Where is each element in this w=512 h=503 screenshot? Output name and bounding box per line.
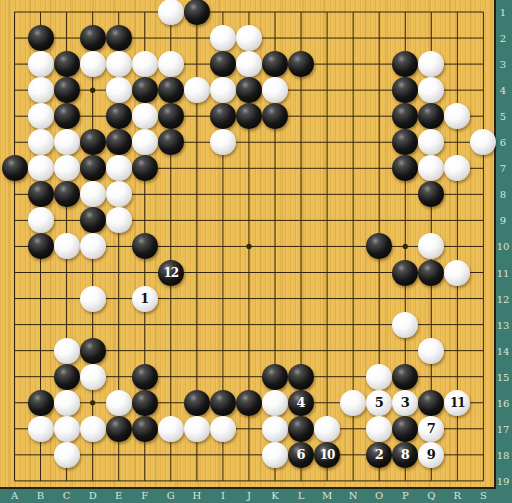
stone-black-F16	[132, 390, 158, 416]
stone-white-C7	[54, 155, 80, 181]
coord-label-bottom-C: C	[63, 489, 71, 502]
stone-white-C16	[54, 390, 80, 416]
star-point	[90, 88, 95, 93]
move-number-label: 2	[366, 442, 392, 468]
coord-label-bottom-M: M	[322, 489, 332, 502]
stone-black-F17	[132, 416, 158, 442]
stone-black-K5	[262, 103, 288, 129]
move-number-label: 4	[288, 390, 314, 416]
stone-white-B3	[28, 51, 54, 77]
coord-label-bottom-N: N	[349, 489, 358, 502]
coord-label-bottom-D: D	[89, 489, 97, 502]
stone-black-Q11	[418, 260, 444, 286]
stone-black-G6	[158, 129, 184, 155]
stone-white-H17	[184, 416, 210, 442]
coord-label-right-14: 14	[497, 345, 510, 356]
stone-white-O16: 5	[366, 390, 392, 416]
stone-black-E2	[106, 25, 132, 51]
stone-black-A7	[2, 155, 28, 181]
stone-black-F15	[132, 364, 158, 390]
coord-label-bottom-I: I	[221, 489, 225, 502]
stone-white-I4	[210, 77, 236, 103]
stone-white-M17	[314, 416, 340, 442]
go-diagram-screen: 121453117610289 ABCDEFGHIJKLMNOPQRS 1234…	[0, 0, 512, 503]
stone-white-F6	[132, 129, 158, 155]
move-number-label: 5	[366, 390, 392, 416]
go-board[interactable]: 121453117610289	[0, 0, 496, 489]
stone-black-G11: 12	[158, 260, 184, 286]
stone-white-B5	[28, 103, 54, 129]
stone-black-L18: 6	[288, 442, 314, 468]
stone-white-C17	[54, 416, 80, 442]
stone-white-C6	[54, 129, 80, 155]
stone-white-N16	[340, 390, 366, 416]
stone-black-B8	[28, 181, 54, 207]
stone-black-K3	[262, 51, 288, 77]
stone-white-I17	[210, 416, 236, 442]
stone-black-J16	[236, 390, 262, 416]
stone-black-I16	[210, 390, 236, 416]
stone-white-P16: 3	[392, 390, 418, 416]
stone-white-J3	[236, 51, 262, 77]
stone-white-C18	[54, 442, 80, 468]
coord-label-right-11: 11	[497, 267, 510, 278]
right-coordinates: 12345678910111213141516171819	[494, 0, 512, 489]
stone-black-I3	[210, 51, 236, 77]
move-number-label: 9	[418, 442, 444, 468]
coord-label-bottom-H: H	[192, 489, 201, 502]
stone-white-O17	[366, 416, 392, 442]
coord-label-right-12: 12	[497, 293, 510, 304]
stone-black-H1	[184, 0, 210, 25]
stone-white-E4	[106, 77, 132, 103]
coord-label-bottom-J: J	[247, 489, 251, 502]
coord-label-right-16: 16	[497, 397, 510, 408]
stone-black-L3	[288, 51, 314, 77]
stone-white-F3	[132, 51, 158, 77]
stone-white-D15	[80, 364, 106, 390]
stone-black-E6	[106, 129, 132, 155]
stone-black-C4	[54, 77, 80, 103]
move-number-label: 11	[444, 390, 470, 416]
stone-black-B10	[28, 233, 54, 259]
stone-black-C5	[54, 103, 80, 129]
coord-label-right-5: 5	[500, 111, 506, 122]
stone-white-K16	[262, 390, 288, 416]
stone-black-D6	[80, 129, 106, 155]
stone-black-J4	[236, 77, 262, 103]
move-number-label: 1	[132, 286, 158, 312]
coord-label-bottom-F: F	[141, 489, 148, 502]
move-number-label: 12	[158, 260, 184, 286]
stone-black-H16	[184, 390, 210, 416]
stone-black-J5	[236, 103, 262, 129]
stone-white-K18	[262, 442, 288, 468]
stone-white-K17	[262, 416, 288, 442]
coord-label-bottom-S: S	[480, 489, 487, 502]
stone-black-O18: 2	[366, 442, 392, 468]
stone-white-C14	[54, 338, 80, 364]
star-point	[90, 400, 95, 405]
stone-black-K15	[262, 364, 288, 390]
coord-label-right-4: 4	[500, 85, 506, 96]
coord-label-bottom-E: E	[115, 489, 122, 502]
move-number-label: 6	[288, 442, 314, 468]
stone-white-H4	[184, 77, 210, 103]
stone-black-M18: 10	[314, 442, 340, 468]
stone-black-D14	[80, 338, 106, 364]
coord-label-right-13: 13	[497, 319, 510, 330]
stone-black-C8	[54, 181, 80, 207]
star-point	[246, 244, 251, 249]
stone-black-P15	[392, 364, 418, 390]
coord-label-bottom-Q: Q	[427, 489, 435, 502]
stone-black-I5	[210, 103, 236, 129]
stone-white-R11	[444, 260, 470, 286]
move-number-label: 8	[392, 442, 418, 468]
coord-label-right-7: 7	[500, 163, 506, 174]
move-number-label: 10	[314, 442, 340, 468]
stone-white-G17	[158, 416, 184, 442]
stone-white-K4	[262, 77, 288, 103]
stone-white-I6	[210, 129, 236, 155]
coord-label-bottom-G: G	[167, 489, 175, 502]
stone-black-F7	[132, 155, 158, 181]
move-number-label: 7	[418, 416, 444, 442]
stone-white-D17	[80, 416, 106, 442]
stone-white-D3	[80, 51, 106, 77]
stone-black-L16: 4	[288, 390, 314, 416]
stone-white-Q14	[418, 338, 444, 364]
stone-black-D7	[80, 155, 106, 181]
stone-black-D2	[80, 25, 106, 51]
stone-black-B16	[28, 390, 54, 416]
star-point	[403, 244, 408, 249]
stone-black-P18: 8	[392, 442, 418, 468]
stone-white-E9	[106, 207, 132, 233]
coord-label-right-2: 2	[500, 33, 506, 44]
stone-black-E17	[106, 416, 132, 442]
coord-label-right-15: 15	[497, 371, 510, 382]
stone-white-B6	[28, 129, 54, 155]
stone-white-E16	[106, 390, 132, 416]
stone-black-L15	[288, 364, 314, 390]
stone-black-C3	[54, 51, 80, 77]
stone-black-P11	[392, 260, 418, 286]
stone-white-D8	[80, 181, 106, 207]
coord-label-right-1: 1	[500, 7, 506, 18]
stone-white-J2	[236, 25, 262, 51]
coord-label-bottom-K: K	[271, 489, 278, 502]
coord-label-right-19: 19	[497, 475, 510, 486]
stone-white-B17	[28, 416, 54, 442]
stone-white-G1	[158, 0, 184, 25]
bottom-coordinates: ABCDEFGHIJKLMNOPQRS	[0, 489, 494, 503]
stone-white-E7	[106, 155, 132, 181]
stone-white-C10	[54, 233, 80, 259]
coord-label-right-3: 3	[500, 59, 506, 70]
coord-label-bottom-R: R	[454, 489, 462, 502]
stone-white-D10	[80, 233, 106, 259]
stone-white-E3	[106, 51, 132, 77]
stone-white-F5	[132, 103, 158, 129]
stone-black-E5	[106, 103, 132, 129]
stone-black-F4	[132, 77, 158, 103]
stone-black-C15	[54, 364, 80, 390]
stone-black-G4	[158, 77, 184, 103]
stone-white-B9	[28, 207, 54, 233]
coord-label-right-8: 8	[500, 189, 506, 200]
stone-white-G3	[158, 51, 184, 77]
coord-label-right-10: 10	[497, 241, 510, 252]
coord-label-right-6: 6	[500, 137, 506, 148]
coord-label-bottom-B: B	[37, 489, 44, 502]
stone-black-L17	[288, 416, 314, 442]
stone-white-R16: 11	[444, 390, 470, 416]
move-number-label: 3	[392, 390, 418, 416]
stone-black-P17	[392, 416, 418, 442]
stone-white-O15	[366, 364, 392, 390]
stone-black-G5	[158, 103, 184, 129]
stone-white-P13	[392, 312, 418, 338]
coord-label-bottom-O: O	[375, 489, 383, 502]
coord-label-bottom-A: A	[11, 489, 18, 502]
coord-label-right-9: 9	[500, 215, 506, 226]
stone-black-Q16	[418, 390, 444, 416]
stone-white-B7	[28, 155, 54, 181]
coord-label-right-17: 17	[497, 423, 510, 434]
stone-white-F12: 1	[132, 286, 158, 312]
stone-white-Q17: 7	[418, 416, 444, 442]
coord-label-bottom-L: L	[298, 489, 305, 502]
coord-label-bottom-P: P	[402, 489, 409, 502]
stone-white-D12	[80, 286, 106, 312]
stone-white-B4	[28, 77, 54, 103]
stone-black-B2	[28, 25, 54, 51]
stone-white-E8	[106, 181, 132, 207]
stone-black-D9	[80, 207, 106, 233]
stone-white-I2	[210, 25, 236, 51]
stone-white-Q18: 9	[418, 442, 444, 468]
coord-label-right-18: 18	[497, 449, 510, 460]
